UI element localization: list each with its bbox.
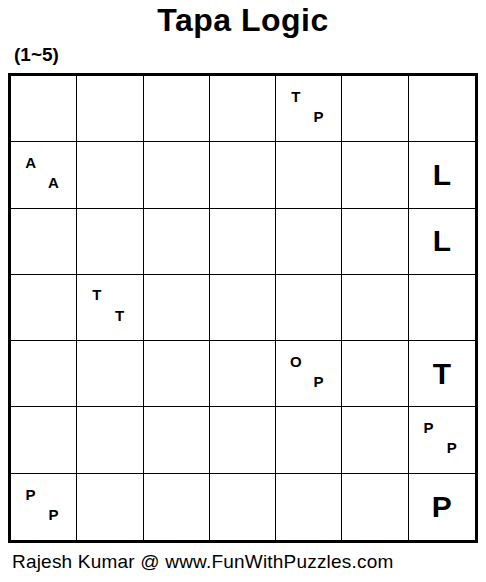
grid-cell-r7c4[interactable] [210,474,276,540]
grid-cell-r4c7[interactable] [409,275,475,341]
clue-letter: P [447,440,457,455]
grid-cell-r2c2[interactable] [77,142,143,208]
grid-cell-r1c7[interactable] [409,76,475,142]
grid-cell-r6c1[interactable] [11,407,77,473]
credit-text: Rajesh Kumar @ www.FunWithPuzzles.com [12,551,393,573]
clue-letter: A [48,175,59,190]
clue-letter: T [291,88,300,103]
clue-letter: A [25,154,36,169]
grid-cell-r2c5[interactable] [276,142,342,208]
grid-cell-r2c1[interactable]: AA [11,142,77,208]
grid-cell-r7c2[interactable] [77,474,143,540]
grid-cell-r7c5[interactable] [276,474,342,540]
clue-letter: L [433,226,451,256]
tapa-board: TPAALLTTOPTPPPPP [8,73,478,543]
grid-cell-r6c7[interactable]: PP [409,407,475,473]
grid-cell-r4c3[interactable] [144,275,210,341]
grid-cell-r4c1[interactable] [11,275,77,341]
grid-cell-r3c2[interactable] [77,209,143,275]
grid-cell-r1c1[interactable] [11,76,77,142]
clue-letter: P [314,108,324,123]
grid-cell-r2c6[interactable] [342,142,408,208]
grid-cell-r5c2[interactable] [77,341,143,407]
clue-letter: P [48,507,58,522]
clue-letter: P [424,420,434,435]
clue-letter: P [26,486,36,501]
grid-cell-r3c3[interactable] [144,209,210,275]
grid-cell-r4c4[interactable] [210,275,276,341]
grid-cell-r6c2[interactable] [77,407,143,473]
grid-cell-r1c3[interactable] [144,76,210,142]
clue-letter: T [433,359,451,389]
grid-cell-r5c5[interactable]: OP [276,341,342,407]
grid-cell-r1c6[interactable] [342,76,408,142]
clue-letter: L [433,160,451,190]
grid-cell-r6c6[interactable] [342,407,408,473]
clue-letter: T [92,287,101,302]
grid-cell-r3c1[interactable] [11,209,77,275]
clue-letter: T [115,307,124,322]
grid-cell-r2c4[interactable] [210,142,276,208]
grid-cell-r3c6[interactable] [342,209,408,275]
grid-cell-r3c4[interactable] [210,209,276,275]
grid-cell-r7c7[interactable]: P [409,474,475,540]
grid-cell-r1c4[interactable] [210,76,276,142]
grid-cell-r1c5[interactable]: TP [276,76,342,142]
grid-cell-r6c3[interactable] [144,407,210,473]
grid-cell-r7c1[interactable]: PP [11,474,77,540]
grid-cell-r5c1[interactable] [11,341,77,407]
grid-cell-r6c4[interactable] [210,407,276,473]
clue-letter: P [432,492,452,522]
grid-cell-r4c5[interactable] [276,275,342,341]
grid-cell-r4c6[interactable] [342,275,408,341]
grid-cell-r7c3[interactable] [144,474,210,540]
clue-letter: P [314,373,324,388]
grid-cell-r3c7[interactable]: L [409,209,475,275]
puzzle-page: Tapa Logic (1~5) TPAALLTTOPTPPPPP Rajesh… [0,0,486,582]
grid-cell-r3c5[interactable] [276,209,342,275]
clue-range-label: (1~5) [14,44,59,66]
page-title: Tapa Logic [0,2,486,39]
grid-cell-r2c3[interactable] [144,142,210,208]
grid-cell-r1c2[interactable] [77,76,143,142]
grid-cell-r5c6[interactable] [342,341,408,407]
grid-cell-r5c4[interactable] [210,341,276,407]
grid-cell-r5c3[interactable] [144,341,210,407]
grid-cell-r2c7[interactable]: L [409,142,475,208]
grid-cell-r4c2[interactable]: TT [77,275,143,341]
grid-cell-r6c5[interactable] [276,407,342,473]
clue-letter: O [290,353,302,368]
grid-cell-r7c6[interactable] [342,474,408,540]
grid-cell-r5c7[interactable]: T [409,341,475,407]
